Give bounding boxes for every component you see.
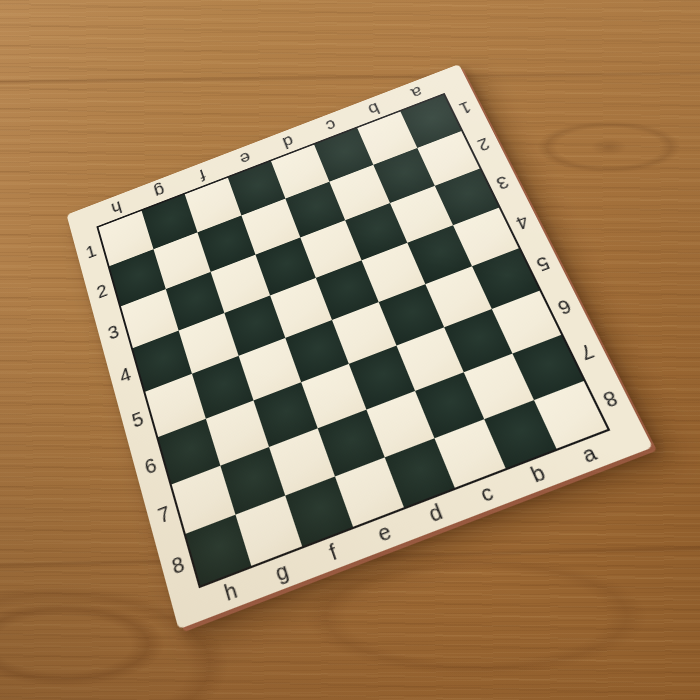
photo-scene: hgfedcbahgfedcba1234567812345678 [0, 0, 700, 700]
